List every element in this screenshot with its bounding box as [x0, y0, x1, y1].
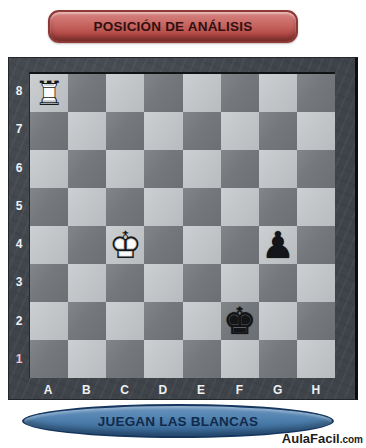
square-a5: [30, 188, 68, 226]
file-label-a: A: [29, 379, 67, 401]
square-d5: [144, 188, 182, 226]
white-king: ♚♔: [106, 226, 144, 264]
white-to-move-label: JUEGAN LAS BLANCAS: [98, 414, 258, 429]
analysis-position-label: POSICIÓN DE ANÁLISIS: [94, 19, 253, 34]
square-c2: [106, 302, 144, 340]
rank-label-8: 8: [9, 72, 29, 110]
square-h7: [297, 112, 335, 150]
square-d8: [144, 74, 182, 112]
square-c8: [106, 74, 144, 112]
rank-label-1: 1: [9, 340, 29, 378]
square-h6: [297, 150, 335, 188]
square-f1: [221, 340, 259, 378]
square-g7: [259, 112, 297, 150]
square-c4: ♚♔: [106, 226, 144, 264]
square-f3: [221, 264, 259, 302]
file-labels: ABCDEFGH: [29, 379, 335, 401]
rank-labels: 87654321: [9, 72, 29, 378]
square-b5: [68, 188, 106, 226]
square-b7: [68, 112, 106, 150]
square-c6: [106, 150, 144, 188]
square-g3: [259, 264, 297, 302]
square-c1: [106, 340, 144, 378]
square-b6: [68, 150, 106, 188]
square-c5: [106, 188, 144, 226]
square-h2: [297, 302, 335, 340]
square-d3: [144, 264, 182, 302]
square-a2: [30, 302, 68, 340]
file-label-h: H: [297, 379, 335, 401]
square-d7: [144, 112, 182, 150]
square-e3: [183, 264, 221, 302]
watermark-suffix: .com: [340, 434, 363, 445]
square-f8: [221, 74, 259, 112]
square-e5: [183, 188, 221, 226]
square-h3: [297, 264, 335, 302]
square-g4: ♟: [259, 226, 297, 264]
rank-label-7: 7: [9, 110, 29, 148]
square-a6: [30, 150, 68, 188]
watermark-brand: AulaFacil: [282, 431, 340, 446]
black-pawn: ♟: [259, 226, 297, 264]
square-g6: [259, 150, 297, 188]
square-b3: [68, 264, 106, 302]
square-b4: [68, 226, 106, 264]
rank-label-6: 6: [9, 149, 29, 187]
square-g8: [259, 74, 297, 112]
square-f2: ♚: [221, 302, 259, 340]
white-rook: ♜♖: [30, 74, 68, 112]
file-label-b: B: [67, 379, 105, 401]
square-a8: ♜♖: [30, 74, 68, 112]
square-a4: [30, 226, 68, 264]
square-d4: [144, 226, 182, 264]
rank-label-3: 3: [9, 263, 29, 301]
square-c3: [106, 264, 144, 302]
analysis-position-banner: POSICIÓN DE ANÁLISIS: [48, 10, 298, 43]
square-e2: [183, 302, 221, 340]
square-b1: [68, 340, 106, 378]
rank-label-2: 2: [9, 302, 29, 340]
square-a7: [30, 112, 68, 150]
watermark: AulaFacil.com: [282, 429, 363, 447]
square-d1: [144, 340, 182, 378]
file-label-f: F: [220, 379, 258, 401]
rank-label-4: 4: [9, 225, 29, 263]
square-h4: [297, 226, 335, 264]
square-e6: [183, 150, 221, 188]
file-label-g: G: [259, 379, 297, 401]
square-g1: [259, 340, 297, 378]
square-a3: [30, 264, 68, 302]
square-f5: [221, 188, 259, 226]
square-d6: [144, 150, 182, 188]
rank-label-5: 5: [9, 187, 29, 225]
file-label-c: C: [106, 379, 144, 401]
square-a1: [30, 340, 68, 378]
file-label-d: D: [144, 379, 182, 401]
square-g5: [259, 188, 297, 226]
square-h5: [297, 188, 335, 226]
square-e8: [183, 74, 221, 112]
square-c7: [106, 112, 144, 150]
file-label-e: E: [182, 379, 220, 401]
square-h8: [297, 74, 335, 112]
square-b2: [68, 302, 106, 340]
chessboard: ♜♖♚♔♟♚: [29, 72, 335, 378]
black-king: ♚: [221, 302, 259, 340]
chessboard-frame: 87654321 ♜♖♚♔♟♚ ABCDEFGH: [8, 57, 358, 400]
square-f4: [221, 226, 259, 264]
square-e7: [183, 112, 221, 150]
square-e4: [183, 226, 221, 264]
square-b8: [68, 74, 106, 112]
page: POSICIÓN DE ANÁLISIS 87654321 ♜♖♚♔♟♚ ABC…: [0, 0, 366, 448]
square-d2: [144, 302, 182, 340]
square-f7: [221, 112, 259, 150]
square-h1: [297, 340, 335, 378]
square-g2: [259, 302, 297, 340]
square-f6: [221, 150, 259, 188]
square-e1: [183, 340, 221, 378]
